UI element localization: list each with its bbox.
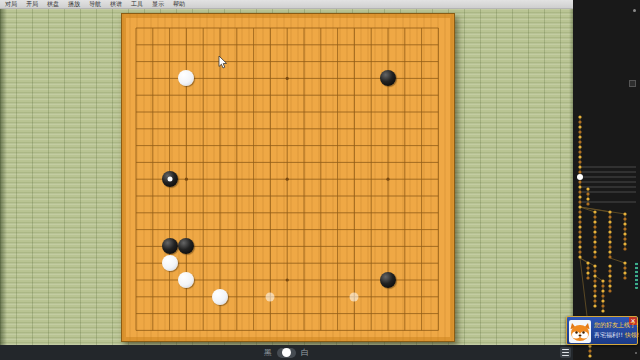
tree-node[interactable] <box>593 230 596 233</box>
tree-node[interactable] <box>593 269 596 272</box>
tree-node[interactable] <box>593 225 596 228</box>
tree-node[interactable] <box>623 237 626 240</box>
tree-node[interactable] <box>608 235 611 238</box>
fox-mascot-icon <box>569 320 591 343</box>
tree-node[interactable] <box>593 279 596 282</box>
tree-node[interactable] <box>601 279 604 282</box>
tree-node[interactable] <box>593 210 596 213</box>
ghost-stone-O3[interactable] <box>350 292 359 301</box>
tree-node[interactable] <box>578 160 581 163</box>
tree-node[interactable] <box>578 130 581 133</box>
tree-node[interactable] <box>623 222 626 225</box>
tree-scrollbar[interactable] <box>635 262 638 289</box>
black-label: 黑 <box>264 345 272 360</box>
white-stone-D16[interactable] <box>178 70 194 86</box>
tree-node[interactable] <box>593 294 596 297</box>
menu-item-6[interactable]: 工具 <box>128 0 146 8</box>
go-board[interactable] <box>121 13 455 342</box>
app-window: 对局开局棋盘播放导航棋谱工具显示帮助 黑 白 <box>0 0 640 360</box>
menu-item-0[interactable]: 对局 <box>2 0 20 8</box>
move-tree-panel <box>573 0 640 360</box>
tree-node[interactable] <box>601 304 604 307</box>
pin-icon[interactable] <box>633 9 636 12</box>
white-stone-C5[interactable] <box>162 255 178 271</box>
tree-node[interactable] <box>578 230 581 233</box>
tree-node[interactable] <box>586 187 589 190</box>
move-tree[interactable] <box>573 0 640 360</box>
tree-node[interactable] <box>608 284 611 287</box>
tree-node[interactable] <box>623 242 626 245</box>
tree-node[interactable] <box>578 115 581 118</box>
tree-node[interactable] <box>601 309 604 312</box>
tree-node[interactable] <box>578 255 581 258</box>
menu-item-7[interactable]: 显示 <box>149 0 167 8</box>
toggle-knob-icon <box>282 348 291 357</box>
tree-node[interactable] <box>608 250 611 253</box>
tree-node[interactable] <box>608 240 611 243</box>
tree-node[interactable] <box>578 135 581 138</box>
tree-node[interactable] <box>601 284 604 287</box>
tree-node[interactable] <box>586 271 589 274</box>
menu-item-5[interactable]: 棋谱 <box>107 0 125 8</box>
tree-node[interactable] <box>608 255 611 258</box>
tree-node[interactable] <box>578 165 581 168</box>
tree-node[interactable] <box>578 195 581 198</box>
tree-node[interactable] <box>608 289 611 292</box>
tree-node[interactable] <box>608 220 611 223</box>
tree-node[interactable] <box>578 250 581 253</box>
tree-node[interactable] <box>586 197 589 200</box>
tree-node[interactable] <box>578 190 581 193</box>
color-toggle[interactable] <box>277 348 296 358</box>
menu-item-4[interactable]: 导航 <box>86 0 104 8</box>
tree-node[interactable] <box>593 264 596 267</box>
tree-node[interactable] <box>593 220 596 223</box>
ghost-stone-J3[interactable] <box>266 292 275 301</box>
tree-node[interactable] <box>623 266 626 269</box>
tree-node[interactable] <box>623 227 626 230</box>
tree-node[interactable] <box>623 232 626 235</box>
tree-node[interactable] <box>586 202 589 205</box>
tree-node[interactable] <box>578 150 581 153</box>
tree-node[interactable] <box>601 294 604 297</box>
menu-item-8[interactable]: 帮助 <box>170 0 188 8</box>
bottom-bar: 黑 白 <box>0 345 573 360</box>
tree-node[interactable] <box>608 210 611 213</box>
notification-popup[interactable]: ✕ 您的好友上线了! 再宅福利!! 快领! <box>566 316 638 345</box>
tree-node[interactable] <box>593 215 596 218</box>
black-stone-D6[interactable] <box>178 238 194 254</box>
tree-node[interactable] <box>578 170 581 173</box>
tree-node[interactable] <box>593 235 596 238</box>
tree-node[interactable] <box>608 215 611 218</box>
tree-node[interactable] <box>608 274 611 277</box>
tree-node[interactable] <box>578 225 581 228</box>
tree-node[interactable] <box>623 217 626 220</box>
collapse-button[interactable] <box>629 80 636 87</box>
tree-node[interactable] <box>593 250 596 253</box>
tree-node[interactable] <box>578 240 581 243</box>
tree-node[interactable] <box>578 235 581 238</box>
hamburger-menu-icon[interactable] <box>560 347 571 358</box>
tree-node[interactable] <box>578 245 581 248</box>
tree-node[interactable] <box>608 225 611 228</box>
tree-node[interactable] <box>608 245 611 248</box>
tree-node[interactable] <box>593 274 596 277</box>
last-move-marker <box>167 177 172 182</box>
tree-node[interactable] <box>623 261 626 264</box>
tree-node[interactable] <box>593 255 596 258</box>
black-stone-Q16[interactable] <box>380 70 396 86</box>
tree-node[interactable] <box>623 271 626 274</box>
tree-node[interactable] <box>608 264 611 267</box>
tree-node[interactable] <box>578 220 581 223</box>
tree-node[interactable] <box>608 279 611 282</box>
white-stone-F3[interactable] <box>212 289 228 305</box>
tree-node[interactable] <box>623 212 626 215</box>
tree-node[interactable] <box>593 240 596 243</box>
menu-item-2[interactable]: 棋盘 <box>44 0 62 8</box>
tree-node[interactable] <box>608 230 611 233</box>
white-label: 白 <box>301 345 309 360</box>
tree-node[interactable] <box>578 125 581 128</box>
tree-node[interactable] <box>593 245 596 248</box>
tree-node[interactable] <box>578 140 581 143</box>
tree-node[interactable] <box>593 284 596 287</box>
tree-node[interactable] <box>593 304 596 307</box>
popup-text: 您的好友上线了! 再宅福利!! 快领! <box>594 320 637 340</box>
tree-node[interactable] <box>578 180 581 183</box>
tree-node[interactable] <box>578 215 581 218</box>
tree-node[interactable] <box>578 185 581 188</box>
tree-node[interactable] <box>586 266 589 269</box>
popup-line1: 您的好友上线了! <box>594 320 637 330</box>
black-stone-C6[interactable] <box>162 238 178 254</box>
tree-node[interactable] <box>578 145 581 148</box>
menu-item-3[interactable]: 播放 <box>65 0 83 8</box>
tree-node[interactable] <box>578 120 581 123</box>
menu-item-1[interactable]: 开局 <box>23 0 41 8</box>
tree-node[interactable] <box>623 247 626 250</box>
tree-node[interactable] <box>608 269 611 272</box>
tree-node[interactable] <box>578 210 581 213</box>
white-stone-D4[interactable] <box>178 272 194 288</box>
tree-node[interactable] <box>578 155 581 158</box>
turn-toggle-group: 黑 白 <box>264 345 309 360</box>
tree-node[interactable] <box>588 349 591 352</box>
tree-node[interactable] <box>601 299 604 302</box>
tree-node[interactable] <box>623 276 626 279</box>
popup-line2: 再宅福利!! 快领! <box>594 330 637 340</box>
tree-node[interactable] <box>586 192 589 195</box>
black-stone-Q4[interactable] <box>380 272 396 288</box>
panel-corner-dot <box>635 352 637 354</box>
mouse-cursor-icon <box>218 56 228 69</box>
tree-node[interactable] <box>593 299 596 302</box>
tree-node[interactable] <box>578 200 581 203</box>
tree-node[interactable] <box>588 354 591 357</box>
tree-node[interactable] <box>601 289 604 292</box>
menu-bar: 对局开局棋盘播放导航棋谱工具显示帮助 <box>0 0 573 9</box>
tree-node[interactable] <box>578 205 581 208</box>
tree-current-node[interactable] <box>577 174 583 180</box>
tree-node[interactable] <box>586 276 589 279</box>
tree-node[interactable] <box>586 261 589 264</box>
tree-node[interactable] <box>593 289 596 292</box>
